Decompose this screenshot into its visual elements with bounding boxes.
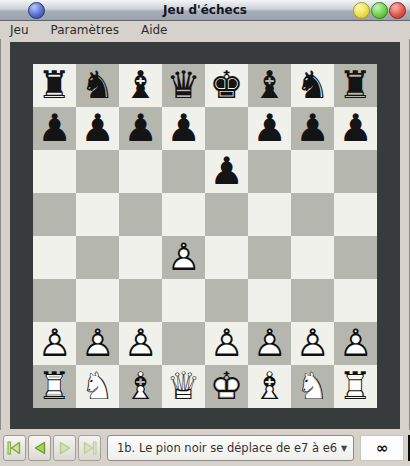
piece-white-pawn: ♟♙ [162, 236, 205, 279]
white-clock: ∞ [360, 435, 404, 461]
piece-black-pawn: ♟ [291, 107, 334, 150]
piece-white-pawn: ♟♙ [33, 322, 76, 365]
piece-white-pawn: ♟♙ [248, 322, 291, 365]
square-c6[interactable] [119, 150, 162, 193]
go-previous-icon [32, 440, 48, 456]
square-c4[interactable] [119, 236, 162, 279]
square-d2[interactable] [162, 322, 205, 365]
chess-board: ♜♞♝♛♚♝♞♜♟♟♟♟♟♟♟♟♟♙♟♙♟♙♟♙♟♙♟♙♟♙♟♙♜♖♞♘♝♗♛♕… [33, 64, 377, 408]
square-a2[interactable]: ♟♙ [33, 322, 76, 365]
piece-black-queen: ♛ [162, 64, 205, 107]
square-a8[interactable]: ♜ [33, 64, 76, 107]
square-b2[interactable]: ♟♙ [76, 322, 119, 365]
last-move-button[interactable] [78, 435, 101, 461]
piece-white-knight: ♞♘ [291, 365, 334, 408]
square-e3[interactable] [205, 279, 248, 322]
close-button[interactable] [389, 2, 406, 19]
piece-white-pawn: ♟♙ [334, 322, 377, 365]
previous-move-button[interactable] [28, 435, 51, 461]
square-g6[interactable] [291, 150, 334, 193]
square-h8[interactable]: ♜ [334, 64, 377, 107]
go-last-icon [81, 440, 98, 456]
piece-black-pawn: ♟ [248, 107, 291, 150]
window-controls [353, 2, 406, 19]
piece-white-rook: ♜♖ [33, 365, 76, 408]
menu-jeu[interactable]: Jeu [10, 23, 29, 37]
square-c3[interactable] [119, 279, 162, 322]
square-c7[interactable]: ♟ [119, 107, 162, 150]
square-f6[interactable] [248, 150, 291, 193]
go-first-icon [6, 440, 23, 456]
square-b5[interactable] [76, 193, 119, 236]
square-f2[interactable]: ♟♙ [248, 322, 291, 365]
piece-white-bishop: ♝♗ [248, 365, 291, 408]
square-e6[interactable]: ♟ [205, 150, 248, 193]
square-a6[interactable] [33, 150, 76, 193]
square-h6[interactable] [334, 150, 377, 193]
square-c1[interactable]: ♝♗ [119, 365, 162, 408]
square-g2[interactable]: ♟♙ [291, 322, 334, 365]
piece-white-pawn: ♟♙ [205, 322, 248, 365]
piece-white-queen: ♛♕ [162, 365, 205, 408]
move-history-dropdown[interactable]: 1b. Le pion noir se déplace de e7 à e6 ▼ [107, 435, 354, 461]
square-h7[interactable]: ♟ [334, 107, 377, 150]
square-c2[interactable]: ♟♙ [119, 322, 162, 365]
piece-black-pawn: ♟ [205, 150, 248, 193]
maximize-button[interactable] [371, 2, 388, 19]
first-move-button[interactable] [3, 435, 26, 461]
square-f3[interactable] [248, 279, 291, 322]
piece-black-rook: ♜ [33, 64, 76, 107]
square-f5[interactable] [248, 193, 291, 236]
square-g4[interactable] [291, 236, 334, 279]
square-g3[interactable] [291, 279, 334, 322]
square-h3[interactable] [334, 279, 377, 322]
piece-white-knight: ♞♘ [76, 365, 119, 408]
square-h2[interactable]: ♟♙ [334, 322, 377, 365]
square-d6[interactable] [162, 150, 205, 193]
history-toolbar: 1b. Le pion noir se déplace de e7 à e6 ▼… [0, 430, 410, 466]
square-a7[interactable]: ♟ [33, 107, 76, 150]
square-d1[interactable]: ♛♕ [162, 365, 205, 408]
square-d4[interactable]: ♟♙ [162, 236, 205, 279]
board-frame: ♜♞♝♛♚♝♞♜♟♟♟♟♟♟♟♟♟♙♟♙♟♙♟♙♟♙♟♙♟♙♟♙♜♖♞♘♝♗♛♕… [10, 42, 400, 429]
square-a3[interactable] [33, 279, 76, 322]
menu-aide[interactable]: Aide [141, 23, 168, 37]
piece-black-pawn: ♟ [162, 107, 205, 150]
titlebar: Jeu d'échecs [0, 0, 410, 21]
piece-white-bishop: ♝♗ [119, 365, 162, 408]
piece-black-pawn: ♟ [76, 107, 119, 150]
square-g5[interactable] [291, 193, 334, 236]
square-c5[interactable] [119, 193, 162, 236]
menu-parametres[interactable]: Paramètres [51, 23, 119, 37]
square-g7[interactable]: ♟ [291, 107, 334, 150]
square-e5[interactable] [205, 193, 248, 236]
square-b1[interactable]: ♞♘ [76, 365, 119, 408]
square-a4[interactable] [33, 236, 76, 279]
piece-black-king: ♚ [205, 64, 248, 107]
square-h5[interactable] [334, 193, 377, 236]
square-a5[interactable] [33, 193, 76, 236]
square-b3[interactable] [76, 279, 119, 322]
piece-black-bishop: ♝ [119, 64, 162, 107]
piece-black-knight: ♞ [76, 64, 119, 107]
chevron-down-icon: ▼ [341, 444, 347, 453]
square-d3[interactable] [162, 279, 205, 322]
piece-white-king: ♚♔ [205, 365, 248, 408]
menubar: Jeu Paramètres Aide [0, 21, 410, 39]
square-f1[interactable]: ♝♗ [248, 365, 291, 408]
piece-white-pawn: ♟♙ [291, 322, 334, 365]
window-title: Jeu d'échecs [0, 0, 410, 20]
square-c8[interactable]: ♝ [119, 64, 162, 107]
piece-white-rook: ♜♖ [334, 365, 377, 408]
piece-black-pawn: ♟ [119, 107, 162, 150]
square-h1[interactable]: ♜♖ [334, 365, 377, 408]
square-f8[interactable]: ♝ [248, 64, 291, 107]
minimize-button[interactable] [353, 2, 370, 19]
square-d5[interactable] [162, 193, 205, 236]
piece-white-pawn: ♟♙ [119, 322, 162, 365]
square-g8[interactable]: ♞ [291, 64, 334, 107]
square-e8[interactable]: ♚ [205, 64, 248, 107]
square-d7[interactable]: ♟ [162, 107, 205, 150]
square-b6[interactable] [76, 150, 119, 193]
white-clock-value: ∞ [376, 439, 389, 457]
square-e4[interactable] [205, 236, 248, 279]
square-a1[interactable]: ♜♖ [33, 365, 76, 408]
piece-black-pawn: ♟ [334, 107, 377, 150]
next-move-button[interactable] [53, 435, 76, 461]
square-g1[interactable]: ♞♘ [291, 365, 334, 408]
chess-app-window: Jeu d'échecs Jeu Paramètres Aide ♜♞♝♛♚♝♞… [0, 0, 410, 466]
square-f4[interactable] [248, 236, 291, 279]
square-b4[interactable] [76, 236, 119, 279]
piece-black-rook: ♜ [334, 64, 377, 107]
square-d8[interactable]: ♛ [162, 64, 205, 107]
piece-black-pawn: ♟ [33, 107, 76, 150]
square-f7[interactable]: ♟ [248, 107, 291, 150]
window-menu-button[interactable] [28, 2, 45, 19]
square-b8[interactable]: ♞ [76, 64, 119, 107]
square-b7[interactable]: ♟ [76, 107, 119, 150]
square-e1[interactable]: ♚♔ [205, 365, 248, 408]
go-next-icon [57, 440, 73, 456]
square-h4[interactable] [334, 236, 377, 279]
square-e2[interactable]: ♟♙ [205, 322, 248, 365]
move-history-selected: 1b. Le pion noir se déplace de e7 à e6 [117, 441, 337, 455]
piece-white-pawn: ♟♙ [76, 322, 119, 365]
piece-black-knight: ♞ [291, 64, 334, 107]
piece-black-bishop: ♝ [248, 64, 291, 107]
square-e7[interactable] [205, 107, 248, 150]
